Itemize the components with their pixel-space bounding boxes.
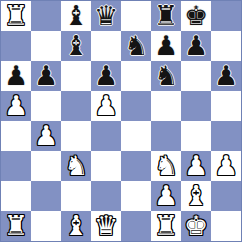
square-a4[interactable] (1, 121, 31, 151)
white-queen[interactable]: ♛ (94, 211, 118, 241)
square-a2[interactable] (1, 181, 31, 211)
black-pawn[interactable]: ♟ (34, 61, 58, 91)
square-g7[interactable]: ♟ (181, 31, 211, 61)
white-bishop[interactable]: ♝ (64, 211, 88, 241)
square-f8[interactable]: ♜ (151, 1, 181, 31)
square-b8[interactable] (31, 1, 61, 31)
square-b4[interactable]: ♟ (31, 121, 61, 151)
square-c5[interactable] (61, 91, 91, 121)
square-d3[interactable] (91, 151, 121, 181)
square-c1[interactable]: ♝ (61, 211, 91, 241)
square-g1[interactable]: ♚ (181, 211, 211, 241)
black-queen[interactable]: ♛ (94, 1, 118, 31)
square-h5[interactable] (211, 91, 241, 121)
square-e6[interactable] (121, 61, 151, 91)
black-bishop[interactable]: ♝ (64, 31, 88, 61)
square-h7[interactable] (211, 31, 241, 61)
square-f7[interactable]: ♟ (151, 31, 181, 61)
square-e4[interactable] (121, 121, 151, 151)
black-pawn[interactable]: ♟ (214, 61, 238, 91)
square-e1[interactable] (121, 211, 151, 241)
square-e2[interactable] (121, 181, 151, 211)
black-pawn[interactable]: ♟ (94, 61, 118, 91)
square-h6[interactable]: ♟ (211, 61, 241, 91)
square-e5[interactable] (121, 91, 151, 121)
square-c3[interactable]: ♞ (61, 151, 91, 181)
white-king[interactable]: ♚ (184, 211, 208, 241)
square-h2[interactable] (211, 181, 241, 211)
square-b3[interactable] (31, 151, 61, 181)
square-f6[interactable]: ♞ (151, 61, 181, 91)
square-f5[interactable] (151, 91, 181, 121)
square-f4[interactable] (151, 121, 181, 151)
square-d2[interactable] (91, 181, 121, 211)
square-g8[interactable]: ♚ (181, 1, 211, 31)
square-b5[interactable] (31, 91, 61, 121)
square-f1[interactable]: ♜ (151, 211, 181, 241)
white-knight[interactable]: ♞ (154, 151, 178, 181)
square-e7[interactable]: ♞ (121, 31, 151, 61)
white-rook[interactable]: ♜ (4, 211, 28, 241)
black-pawn[interactable]: ♟ (4, 61, 28, 91)
black-knight[interactable]: ♞ (154, 61, 178, 91)
square-d4[interactable] (91, 121, 121, 151)
white-bishop[interactable]: ♝ (184, 181, 208, 211)
square-h4[interactable] (211, 121, 241, 151)
square-e8[interactable] (121, 1, 151, 31)
black-pawn[interactable]: ♟ (154, 31, 178, 61)
square-d8[interactable]: ♛ (91, 1, 121, 31)
black-pawn[interactable]: ♟ (184, 31, 208, 61)
square-g4[interactable] (181, 121, 211, 151)
white-pawn[interactable]: ♟ (214, 151, 238, 181)
square-h8[interactable] (211, 1, 241, 31)
white-pawn[interactable]: ♟ (154, 181, 178, 211)
white-rook[interactable]: ♜ (154, 211, 178, 241)
square-a1[interactable]: ♜ (1, 211, 31, 241)
square-g3[interactable]: ♟ (181, 151, 211, 181)
square-e3[interactable] (121, 151, 151, 181)
white-pawn[interactable]: ♟ (34, 121, 58, 151)
black-rook[interactable]: ♜ (154, 1, 178, 31)
chess-board-container: ♜♝♛♜♚♝♞♟♟♟♟♟♞♟♟♟♟♞♞♟♟♟♝♜♝♛♜♚ (0, 0, 242, 242)
white-pawn[interactable]: ♟ (4, 91, 28, 121)
white-knight[interactable]: ♞ (64, 151, 88, 181)
white-rook[interactable]: ♜ (4, 1, 28, 31)
square-a8[interactable]: ♜ (1, 1, 31, 31)
square-d5[interactable]: ♟ (91, 91, 121, 121)
square-d1[interactable]: ♛ (91, 211, 121, 241)
square-g2[interactable]: ♝ (181, 181, 211, 211)
black-bishop[interactable]: ♝ (64, 1, 88, 31)
square-a6[interactable]: ♟ (1, 61, 31, 91)
black-knight[interactable]: ♞ (124, 31, 148, 61)
black-king[interactable]: ♚ (184, 1, 208, 31)
square-a5[interactable]: ♟ (1, 91, 31, 121)
square-c2[interactable] (61, 181, 91, 211)
square-g6[interactable] (181, 61, 211, 91)
square-h3[interactable]: ♟ (211, 151, 241, 181)
square-d7[interactable] (91, 31, 121, 61)
square-b1[interactable] (31, 211, 61, 241)
square-d6[interactable]: ♟ (91, 61, 121, 91)
white-pawn[interactable]: ♟ (184, 151, 208, 181)
square-g5[interactable] (181, 91, 211, 121)
square-a7[interactable] (1, 31, 31, 61)
square-f2[interactable]: ♟ (151, 181, 181, 211)
square-b2[interactable] (31, 181, 61, 211)
square-b7[interactable] (31, 31, 61, 61)
square-c4[interactable] (61, 121, 91, 151)
square-c8[interactable]: ♝ (61, 1, 91, 31)
square-h1[interactable] (211, 211, 241, 241)
square-f3[interactable]: ♞ (151, 151, 181, 181)
square-c6[interactable] (61, 61, 91, 91)
square-b6[interactable]: ♟ (31, 61, 61, 91)
white-pawn[interactable]: ♟ (94, 91, 118, 121)
square-a3[interactable] (1, 151, 31, 181)
square-c7[interactable]: ♝ (61, 31, 91, 61)
chess-board: ♜♝♛♜♚♝♞♟♟♟♟♟♞♟♟♟♟♞♞♟♟♟♝♜♝♛♜♚ (0, 0, 242, 242)
